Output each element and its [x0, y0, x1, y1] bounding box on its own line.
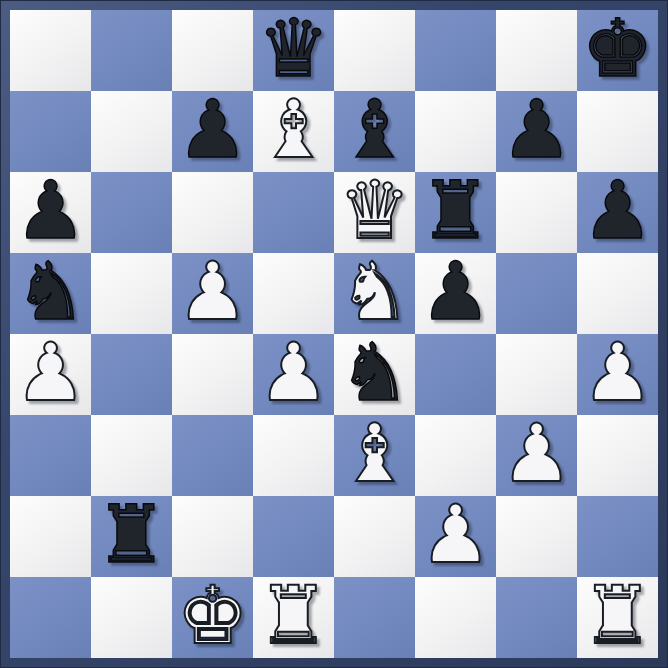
white-pawn[interactable]: ♟ [420, 495, 492, 575]
white-rook[interactable]: ♜ [258, 576, 330, 656]
square-d1[interactable]: ♜ [253, 577, 334, 658]
square-a7[interactable] [10, 91, 91, 172]
white-pawn[interactable]: ♟ [15, 333, 87, 413]
square-f4[interactable] [415, 334, 496, 415]
white-pawn[interactable]: ♟ [258, 333, 330, 413]
square-b8[interactable] [91, 10, 172, 91]
square-a2[interactable] [10, 496, 91, 577]
white-pawn[interactable]: ♟ [582, 333, 654, 413]
black-queen[interactable]: ♛ [258, 9, 330, 89]
square-g3[interactable]: ♟ [496, 415, 577, 496]
square-d6[interactable] [253, 172, 334, 253]
square-d8[interactable]: ♛ [253, 10, 334, 91]
white-pawn[interactable]: ♟ [177, 252, 249, 332]
square-b2[interactable]: ♜ [91, 496, 172, 577]
square-c5[interactable]: ♟ [172, 253, 253, 334]
square-e5[interactable]: ♞ [334, 253, 415, 334]
square-e1[interactable] [334, 577, 415, 658]
square-a1[interactable] [10, 577, 91, 658]
square-h3[interactable] [577, 415, 658, 496]
square-h5[interactable] [577, 253, 658, 334]
square-c1[interactable]: ♚ [172, 577, 253, 658]
square-e3[interactable]: ♝ [334, 415, 415, 496]
chess-board: ♛♚♟♝♝♟♟♛♜♟♞♟♞♟♟♟♞♟♝♟♜♟♚♜♜ [10, 10, 658, 658]
square-c8[interactable] [172, 10, 253, 91]
square-h2[interactable] [577, 496, 658, 577]
square-f6[interactable]: ♜ [415, 172, 496, 253]
square-h7[interactable] [577, 91, 658, 172]
square-c3[interactable] [172, 415, 253, 496]
black-rook[interactable]: ♜ [420, 171, 492, 251]
square-h1[interactable]: ♜ [577, 577, 658, 658]
square-g7[interactable]: ♟ [496, 91, 577, 172]
square-g2[interactable] [496, 496, 577, 577]
square-e2[interactable] [334, 496, 415, 577]
square-b6[interactable] [91, 172, 172, 253]
square-e4[interactable]: ♞ [334, 334, 415, 415]
square-a8[interactable] [10, 10, 91, 91]
square-e8[interactable] [334, 10, 415, 91]
square-a5[interactable]: ♞ [10, 253, 91, 334]
square-f5[interactable]: ♟ [415, 253, 496, 334]
black-pawn[interactable]: ♟ [582, 171, 654, 251]
square-g5[interactable] [496, 253, 577, 334]
black-pawn[interactable]: ♟ [177, 90, 249, 170]
square-d7[interactable]: ♝ [253, 91, 334, 172]
square-b1[interactable] [91, 577, 172, 658]
square-c6[interactable] [172, 172, 253, 253]
square-f7[interactable] [415, 91, 496, 172]
square-d2[interactable] [253, 496, 334, 577]
black-knight[interactable]: ♞ [15, 252, 87, 332]
square-f3[interactable] [415, 415, 496, 496]
square-h8[interactable]: ♚ [577, 10, 658, 91]
white-queen[interactable]: ♛ [339, 171, 411, 251]
square-g6[interactable] [496, 172, 577, 253]
square-b5[interactable] [91, 253, 172, 334]
white-bishop[interactable]: ♝ [339, 414, 411, 494]
black-bishop[interactable]: ♝ [339, 90, 411, 170]
square-g4[interactable] [496, 334, 577, 415]
square-a6[interactable]: ♟ [10, 172, 91, 253]
square-d5[interactable] [253, 253, 334, 334]
black-knight[interactable]: ♞ [339, 333, 411, 413]
black-pawn[interactable]: ♟ [420, 252, 492, 332]
square-e6[interactable]: ♛ [334, 172, 415, 253]
square-g8[interactable] [496, 10, 577, 91]
square-c2[interactable] [172, 496, 253, 577]
square-b7[interactable] [91, 91, 172, 172]
square-h4[interactable]: ♟ [577, 334, 658, 415]
black-rook[interactable]: ♜ [96, 495, 168, 575]
square-b3[interactable] [91, 415, 172, 496]
white-knight[interactable]: ♞ [339, 252, 411, 332]
black-pawn[interactable]: ♟ [15, 171, 87, 251]
board-frame: ♛♚♟♝♝♟♟♛♜♟♞♟♞♟♟♟♞♟♝♟♜♟♚♜♜ [0, 0, 668, 668]
square-c4[interactable] [172, 334, 253, 415]
square-d4[interactable]: ♟ [253, 334, 334, 415]
square-f8[interactable] [415, 10, 496, 91]
square-b4[interactable] [91, 334, 172, 415]
square-f2[interactable]: ♟ [415, 496, 496, 577]
square-d3[interactable] [253, 415, 334, 496]
square-e7[interactable]: ♝ [334, 91, 415, 172]
black-king[interactable]: ♚ [582, 9, 654, 89]
white-king[interactable]: ♚ [177, 576, 249, 656]
square-f1[interactable] [415, 577, 496, 658]
white-pawn[interactable]: ♟ [501, 414, 573, 494]
square-c7[interactable]: ♟ [172, 91, 253, 172]
white-bishop[interactable]: ♝ [258, 90, 330, 170]
square-g1[interactable] [496, 577, 577, 658]
white-rook[interactable]: ♜ [582, 576, 654, 656]
square-a3[interactable] [10, 415, 91, 496]
black-pawn[interactable]: ♟ [501, 90, 573, 170]
square-a4[interactable]: ♟ [10, 334, 91, 415]
square-h6[interactable]: ♟ [577, 172, 658, 253]
